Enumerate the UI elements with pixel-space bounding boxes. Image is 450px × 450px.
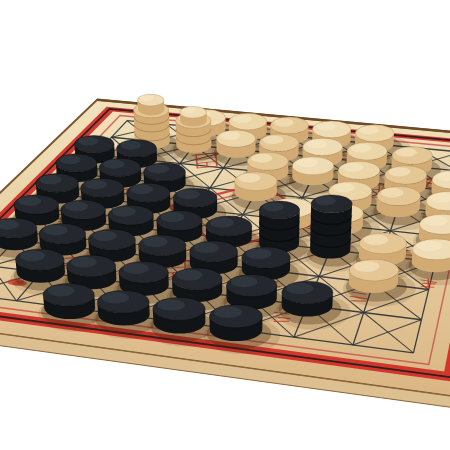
- product-photo-canvas: [0, 0, 450, 450]
- board-scene: [0, 0, 450, 450]
